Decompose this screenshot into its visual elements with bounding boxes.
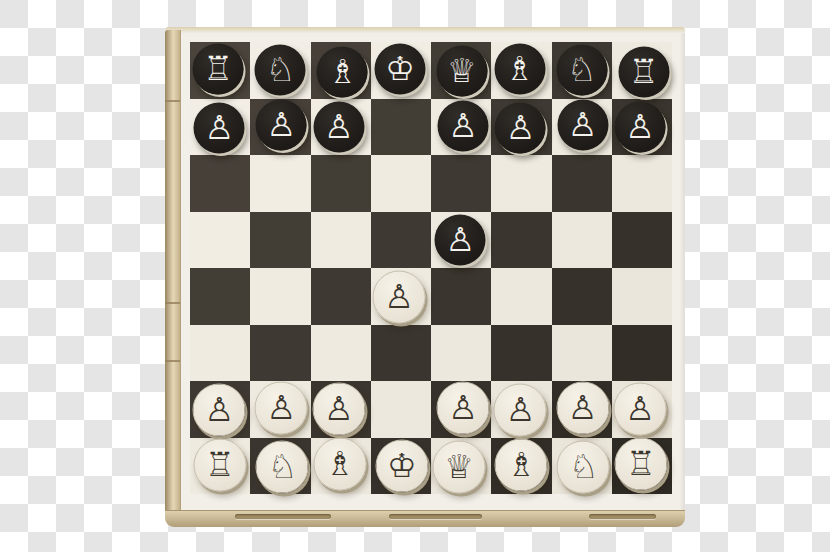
piece-black-pawn-g7[interactable]: ♙ [557, 100, 608, 151]
black-queen-icon: ♕ [447, 54, 477, 87]
black-pawn-icon: ♙ [324, 109, 354, 142]
white-rook-icon: ♖ [205, 447, 235, 480]
piece-white-pawn-d4[interactable]: ♙ [373, 271, 426, 324]
white-bishop-icon: ♗ [507, 447, 537, 480]
square-a4 [190, 268, 250, 325]
square-g5 [552, 212, 612, 269]
piece-white-bishop-f1[interactable]: ♗ [495, 438, 548, 491]
piece-black-queen-e8[interactable]: ♕ [437, 46, 488, 97]
black-pawn-icon: ♙ [448, 108, 478, 141]
piece-white-king-d1[interactable]: ♔ [375, 439, 428, 492]
square-b6 [250, 155, 310, 212]
piece-black-king-d8[interactable]: ♔ [374, 44, 425, 95]
piece-white-pawn-g2[interactable]: ♙ [556, 381, 609, 434]
piece-black-knight-b8[interactable]: ♘ [255, 45, 306, 96]
piece-black-rook-a8[interactable]: ♖ [193, 43, 244, 94]
photo-background: ♖♘♗♔♕♗♘♖♙♙♙♙♙♙♙♙♙♙♙♙♙♙♙♙♖♘♗♔♕♗♘♖ [0, 0, 830, 552]
white-queen-icon: ♕ [445, 450, 475, 483]
hinge-segment-break [165, 302, 180, 304]
white-king-icon: ♔ [387, 448, 417, 481]
piece-white-pawn-b2[interactable]: ♙ [255, 381, 308, 434]
square-d5 [371, 212, 431, 269]
square-e3 [431, 325, 491, 382]
white-bishop-icon: ♗ [325, 447, 355, 480]
piece-black-bishop-f8[interactable]: ♗ [494, 43, 545, 94]
black-bishop-icon: ♗ [505, 51, 535, 84]
white-knight-icon: ♘ [569, 449, 599, 482]
square-f3 [491, 325, 551, 382]
black-rook-icon: ♖ [629, 54, 659, 87]
square-e4 [431, 268, 491, 325]
square-c4 [311, 268, 371, 325]
piece-white-pawn-e2[interactable]: ♙ [436, 382, 489, 435]
piece-black-bishop-c8[interactable]: ♗ [317, 46, 368, 97]
piece-white-pawn-f2[interactable]: ♙ [494, 384, 547, 437]
piece-white-rook-a1[interactable]: ♖ [194, 438, 247, 491]
black-knight-icon: ♘ [567, 53, 597, 86]
white-pawn-icon: ♙ [204, 393, 234, 426]
piece-black-pawn-c7[interactable]: ♙ [313, 101, 364, 152]
piece-white-rook-h1[interactable]: ♖ [614, 438, 667, 491]
white-pawn-icon: ♙ [568, 390, 598, 423]
piece-white-pawn-c2[interactable]: ♙ [312, 383, 365, 436]
square-g6 [552, 155, 612, 212]
square-a6 [190, 155, 250, 212]
piece-white-queen-e1[interactable]: ♕ [433, 441, 486, 494]
square-b5 [250, 212, 310, 269]
piece-black-pawn-f7[interactable]: ♙ [495, 102, 546, 153]
white-pawn-icon: ♙ [266, 390, 296, 423]
square-c3 [311, 325, 371, 382]
square-d6 [371, 155, 431, 212]
piece-black-pawn-h7[interactable]: ♙ [615, 101, 666, 152]
chess-board-case: ♖♘♗♔♕♗♘♖♙♙♙♙♙♙♙♙♙♙♙♙♙♙♙♙♖♘♗♔♕♗♘♖ [165, 27, 685, 527]
piece-black-rook-h8[interactable]: ♖ [618, 46, 669, 97]
square-c5 [311, 212, 371, 269]
black-pawn-icon: ♙ [506, 110, 536, 143]
square-g3 [552, 325, 612, 382]
square-b4 [250, 268, 310, 325]
hinge-segment-break [165, 100, 180, 102]
square-d7 [371, 99, 431, 156]
black-pawn-icon: ♙ [204, 110, 234, 143]
piece-black-knight-g8[interactable]: ♘ [556, 45, 607, 96]
white-pawn-icon: ♙ [448, 391, 478, 424]
piece-white-knight-b1[interactable]: ♘ [256, 440, 309, 493]
square-a5 [190, 212, 250, 269]
square-h4 [612, 268, 672, 325]
white-pawn-icon: ♙ [625, 392, 655, 425]
latch-slot [589, 514, 657, 519]
black-rook-icon: ♖ [204, 51, 234, 84]
black-pawn-icon: ♙ [625, 109, 655, 142]
piece-black-pawn-e7[interactable]: ♙ [437, 100, 488, 151]
black-pawn-icon: ♙ [568, 108, 598, 141]
square-f4 [491, 268, 551, 325]
piece-white-pawn-h2[interactable]: ♙ [614, 383, 667, 436]
square-h6 [612, 155, 672, 212]
black-knight-icon: ♘ [266, 53, 296, 86]
square-g4 [552, 268, 612, 325]
board-top-edge [165, 27, 685, 33]
hinge-segment-break [165, 360, 180, 362]
square-h3 [612, 325, 672, 382]
white-rook-icon: ♖ [626, 447, 656, 480]
black-bishop-icon: ♗ [328, 54, 358, 87]
square-e6 [431, 155, 491, 212]
white-pawn-icon: ♙ [324, 392, 354, 425]
square-f6 [491, 155, 551, 212]
square-c6 [311, 155, 371, 212]
square-f5 [491, 212, 551, 269]
black-pawn-icon: ♙ [445, 222, 475, 255]
piece-white-pawn-a2[interactable]: ♙ [193, 384, 246, 437]
white-pawn-icon: ♙ [506, 393, 536, 426]
piece-white-bishop-c1[interactable]: ♗ [313, 438, 366, 491]
white-pawn-icon: ♙ [384, 280, 414, 313]
latch-slot [235, 514, 331, 519]
latch-slot [389, 514, 483, 519]
board-hinge [165, 30, 181, 512]
piece-black-pawn-a7[interactable]: ♙ [194, 102, 245, 153]
chess-board: ♖♘♗♔♕♗♘♖♙♙♙♙♙♙♙♙♙♙♙♙♙♙♙♙♖♘♗♔♕♗♘♖ [190, 42, 672, 494]
black-pawn-icon: ♙ [266, 108, 296, 141]
piece-black-pawn-e5[interactable]: ♙ [435, 214, 486, 265]
piece-black-pawn-b7[interactable]: ♙ [256, 100, 307, 151]
square-d2 [371, 381, 431, 438]
board-bottom-edge [165, 510, 685, 527]
piece-white-knight-g1[interactable]: ♘ [557, 440, 610, 493]
white-knight-icon: ♘ [267, 449, 297, 482]
black-king-icon: ♔ [385, 52, 415, 85]
square-b3 [250, 325, 310, 382]
square-a3 [190, 325, 250, 382]
square-d3 [371, 325, 431, 382]
square-h5 [612, 212, 672, 269]
